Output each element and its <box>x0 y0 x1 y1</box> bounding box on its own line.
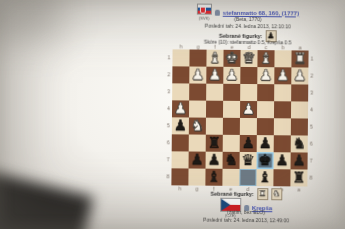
square-a3[interactable] <box>291 84 308 101</box>
square-e1[interactable]: ♚ <box>223 50 240 67</box>
black-N-piece: ♞ <box>292 135 306 152</box>
black-N-piece: ♞ <box>224 152 238 169</box>
chess-board: hgfedcba1♝♚♛♝♜12♟♟♟♟♟♟2334♟♟45♟♞56♜♟♟♞67… <box>164 43 315 193</box>
square-e2[interactable]: ♟ <box>223 67 240 84</box>
white-N-piece: ♞ <box>191 118 205 135</box>
square-b6[interactable] <box>274 135 291 152</box>
square-a4[interactable] <box>291 101 308 118</box>
square-f8[interactable]: ♝ <box>205 169 222 186</box>
square-g6[interactable] <box>189 134 206 151</box>
square-f1[interactable]: ♝ <box>206 50 223 67</box>
rank-label-right-7: 7 <box>308 153 315 170</box>
white-Q-piece: ♛ <box>242 50 256 67</box>
screen-photo: (SVK) stefanmatto 68, 160, (1777) (Beta,… <box>0 0 345 229</box>
rank-label-right-8: 8 <box>307 170 314 187</box>
square-c3[interactable] <box>257 84 274 101</box>
rank-label-right-4: 4 <box>308 102 315 119</box>
square-h5[interactable]: ♟ <box>172 117 189 134</box>
square-d8[interactable] <box>239 169 256 186</box>
rank-label-right-5: 5 <box>308 119 315 136</box>
square-g3[interactable] <box>189 83 206 100</box>
square-g8[interactable] <box>188 168 205 185</box>
square-g7[interactable]: ♟ <box>189 151 206 168</box>
square-h2[interactable] <box>172 66 189 83</box>
white-P-piece: ♟ <box>242 101 256 118</box>
captured-by-black-label: Sebrané figurky: <box>211 191 254 197</box>
square-g2[interactable]: ♟ <box>189 66 206 83</box>
square-h1[interactable] <box>172 49 189 66</box>
white-P-piece: ♟ <box>293 67 307 84</box>
square-f7[interactable]: ♟ <box>206 152 223 169</box>
square-b2[interactable]: ♟ <box>274 67 291 84</box>
white-P-piece: ♟ <box>276 67 290 84</box>
square-f3[interactable] <box>206 84 223 101</box>
square-b4[interactable] <box>274 101 291 118</box>
square-c6[interactable]: ♟ <box>257 135 274 152</box>
square-d4[interactable]: ♟ <box>240 101 257 118</box>
square-a8[interactable]: ♜ <box>290 169 307 186</box>
square-a5[interactable] <box>291 118 308 135</box>
square-b1[interactable] <box>274 50 291 67</box>
slovakia-flag-icon <box>197 4 212 15</box>
black-K-piece: ♚ <box>258 152 272 169</box>
black-Q-piece: ♛ <box>241 152 255 169</box>
square-f6[interactable]: ♜ <box>206 135 223 152</box>
black-P-piece: ♟ <box>207 152 221 169</box>
square-a6[interactable]: ♞ <box>291 135 308 152</box>
square-c7[interactable]: ♚ <box>257 152 274 169</box>
square-e8[interactable] <box>222 169 239 186</box>
square-c2[interactable]: ♟ <box>257 67 274 84</box>
square-b3[interactable] <box>274 84 291 101</box>
square-c4[interactable] <box>257 101 274 118</box>
square-h8[interactable] <box>171 168 188 185</box>
square-d2[interactable] <box>240 67 257 84</box>
square-e3[interactable] <box>223 84 240 101</box>
square-a1[interactable]: ♜ <box>291 50 308 67</box>
square-f5[interactable] <box>206 118 223 135</box>
white-K-piece: ♚ <box>225 50 239 67</box>
black-B-piece: ♝ <box>207 169 221 186</box>
black-P-piece: ♟ <box>258 135 272 152</box>
square-h3[interactable] <box>172 83 189 100</box>
square-b5[interactable] <box>274 118 291 135</box>
black-B-piece: ♝ <box>258 169 272 186</box>
square-d1[interactable]: ♛ <box>240 50 257 67</box>
square-g4[interactable] <box>189 100 206 117</box>
square-d5[interactable] <box>240 118 257 135</box>
square-d6[interactable]: ♟ <box>240 135 257 152</box>
square-e4[interactable] <box>223 101 240 118</box>
black-P-piece: ♟ <box>241 135 255 152</box>
white-P-piece: ♟ <box>225 67 239 84</box>
black-R-piece: ♜ <box>292 169 306 186</box>
white-P-piece: ♟ <box>191 67 205 84</box>
black-P-piece: ♟ <box>275 152 289 169</box>
rank-label-right-1: 1 <box>308 51 315 68</box>
square-d7[interactable]: ♛ <box>240 152 257 169</box>
square-h7[interactable] <box>172 151 189 168</box>
rank-label-right-3: 3 <box>308 85 315 102</box>
square-d3[interactable] <box>240 84 257 101</box>
square-g1[interactable] <box>189 49 206 66</box>
chess-widget: (SVK) stefanmatto 68, 160, (1777) (Beta,… <box>163 0 331 229</box>
black-P-piece: ♟ <box>292 152 306 169</box>
black-P-piece: ♟ <box>174 117 188 134</box>
photo-shadow-bottomleft <box>0 169 94 229</box>
rank-label-right-2: 2 <box>308 68 315 85</box>
user-icon <box>215 9 220 15</box>
white-P-piece: ♟ <box>174 100 188 117</box>
square-e7[interactable]: ♞ <box>223 152 240 169</box>
square-c8[interactable]: ♝ <box>256 169 273 186</box>
square-a7[interactable]: ♟ <box>291 152 308 169</box>
black-R-piece: ♜ <box>207 135 221 152</box>
black-last-move: Poslední tah: 24. ledna 2013, 12:49:00 <box>163 216 329 223</box>
square-h4[interactable]: ♟ <box>172 100 189 117</box>
square-f4[interactable] <box>206 101 223 118</box>
square-f2[interactable]: ♟ <box>206 67 223 84</box>
photo-shadow-topleft <box>0 0 61 40</box>
white-R-piece: ♜ <box>293 50 307 67</box>
square-c5[interactable] <box>257 118 274 135</box>
square-c1[interactable]: ♝ <box>257 50 274 67</box>
square-h6[interactable] <box>172 134 189 151</box>
white-P-piece: ♟ <box>259 67 273 84</box>
square-e6[interactable] <box>223 135 240 152</box>
square-a2[interactable]: ♟ <box>291 67 308 84</box>
square-b7[interactable]: ♟ <box>274 152 291 169</box>
white-B-piece: ♝ <box>259 50 273 67</box>
square-e5[interactable] <box>223 118 240 135</box>
square-b8[interactable] <box>273 169 290 186</box>
square-g5[interactable]: ♞ <box>189 117 206 134</box>
black-P-piece: ♟ <box>190 152 204 169</box>
white-B-piece: ♝ <box>208 50 222 67</box>
rank-label-right-6: 6 <box>308 136 315 153</box>
white-P-piece: ♟ <box>208 67 222 84</box>
